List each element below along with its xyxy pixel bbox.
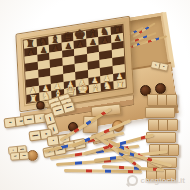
watermark: chegiochi.it xyxy=(127,175,185,186)
domino-pips: ••••• xyxy=(25,118,33,122)
magnifier-icon xyxy=(127,175,138,186)
domino-pips: • xyxy=(49,139,57,143)
square: ♝ xyxy=(88,83,101,93)
tower-layer xyxy=(148,119,178,131)
draughts-disc-dark xyxy=(36,101,45,110)
game-compendium-photo: ♜♞♝♛♚♝♞♜♟♟♟♟♟♟♟♟♟♟♟♟♟♟♟♟♜♞♝♛♚♝♞♜ •••••••… xyxy=(0,0,190,190)
domino-half: •••••• xyxy=(62,102,75,113)
square: ♜ xyxy=(113,80,126,90)
domino-pips: • xyxy=(36,117,44,121)
domino-pips: •• xyxy=(152,64,158,67)
mikado-stick xyxy=(64,169,142,173)
chess-piece-b: ♝ xyxy=(89,83,102,94)
domino-pips: ••••• xyxy=(19,148,26,151)
chess-piece-n: ♞ xyxy=(101,81,114,91)
chess-board: ♜♞♝♛♚♝♞♜♟♟♟♟♟♟♟♟♟♟♟♟♟♟♟♟♜♞♝♛♚♝♞♜ xyxy=(23,24,127,104)
draughts-disc-dark xyxy=(155,83,166,94)
domino-pips: •••• xyxy=(21,154,28,157)
domino-pips: •••••• xyxy=(54,108,62,113)
square: ♞ xyxy=(101,81,114,91)
domino-pips: •• xyxy=(160,65,166,68)
domino-pips: •• xyxy=(6,121,14,125)
square: ♚ xyxy=(76,85,89,95)
watermark-text: chegiochi.it xyxy=(141,176,185,185)
domino-pips: •••••• xyxy=(65,105,73,110)
domino-half: •••• xyxy=(19,152,28,159)
tower-layer xyxy=(145,107,175,119)
domino-half: •• xyxy=(159,63,168,71)
domino-pips: •••• xyxy=(47,115,52,123)
domino-tile: ••••••• xyxy=(10,151,29,160)
domino-pips: ••• xyxy=(12,155,19,158)
tower-layer xyxy=(147,94,177,106)
domino-pips: •••••• xyxy=(31,134,39,138)
chess-piece-r: ♜ xyxy=(113,80,126,90)
